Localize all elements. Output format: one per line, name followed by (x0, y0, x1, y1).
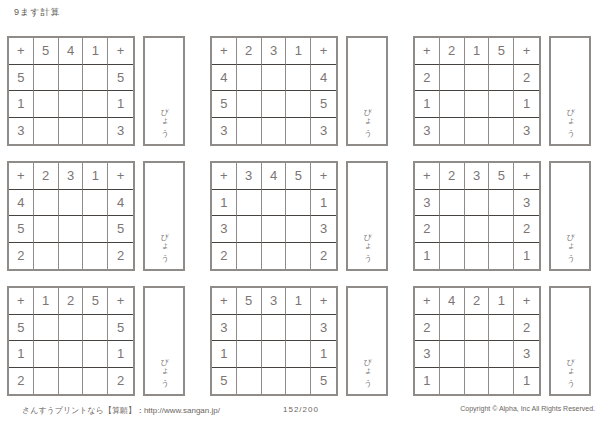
answer-cell[interactable] (59, 118, 84, 145)
col-header-cell: 3 (262, 38, 287, 65)
answer-cell[interactable] (237, 65, 262, 92)
operator-cell: + (9, 38, 34, 65)
addition-grid: +541+551133 (7, 36, 135, 146)
answer-cell[interactable] (83, 190, 108, 217)
answer-cell[interactable] (83, 91, 108, 118)
operator-cell: + (108, 38, 133, 65)
operator-cell: + (9, 288, 34, 315)
row-header-repeat-cell: 1 (311, 341, 336, 368)
answer-cell[interactable] (237, 341, 262, 368)
row-header-cell: 1 (212, 190, 237, 217)
operator-cell: + (311, 288, 336, 315)
row-header-cell: 1 (9, 91, 34, 118)
footer-page-number: 152/200 (283, 405, 319, 414)
timer-box: びょう (143, 286, 185, 396)
col-header-cell: 5 (286, 163, 311, 190)
answer-cell[interactable] (262, 91, 287, 118)
row-header-cell: 1 (415, 91, 440, 118)
timer-box: びょう (143, 161, 185, 271)
row-header-repeat-cell: 3 (108, 118, 133, 145)
col-header-cell: 1 (83, 38, 108, 65)
answer-cell[interactable] (59, 315, 84, 342)
timer-box: びょう (549, 161, 591, 271)
answer-cell[interactable] (286, 216, 311, 243)
row-header-cell: 2 (9, 368, 34, 395)
answer-cell[interactable] (286, 118, 311, 145)
answer-cell[interactable] (34, 190, 59, 217)
answer-cell[interactable] (34, 243, 59, 270)
answer-cell[interactable] (262, 118, 287, 145)
answer-cell[interactable] (262, 368, 287, 395)
timer-box: びょう (346, 36, 388, 146)
col-header-cell: 2 (237, 38, 262, 65)
answer-cell[interactable] (237, 315, 262, 342)
row-header-repeat-cell: 3 (514, 118, 539, 145)
row-header-repeat-cell: 2 (108, 243, 133, 270)
timer-seconds-label: びょう (566, 353, 574, 383)
answer-cell[interactable] (34, 118, 59, 145)
row-header-cell: 4 (9, 190, 34, 217)
answer-cell[interactable] (83, 243, 108, 270)
answer-cell[interactable] (489, 243, 514, 270)
addition-grid: +231+445522 (7, 161, 135, 271)
addition-grid: +215+221133 (413, 36, 541, 146)
answer-cell[interactable] (489, 91, 514, 118)
row-header-cell: 2 (415, 315, 440, 342)
worksheet-grid: +541+551133びょう+231+445533びょう+215+221133び… (7, 36, 591, 396)
col-header-cell: 2 (440, 163, 465, 190)
answer-cell[interactable] (286, 315, 311, 342)
row-header-cell: 2 (212, 243, 237, 270)
answer-cell[interactable] (465, 118, 490, 145)
row-header-cell: 1 (9, 341, 34, 368)
answer-cell[interactable] (465, 91, 490, 118)
puzzle-block: +345+113322びょう (210, 161, 388, 271)
answer-cell[interactable] (440, 190, 465, 217)
footer-site-credit: さんすうプリントなら【算願】：http://www.sangan.jp/ (22, 405, 220, 416)
operator-cell: + (212, 38, 237, 65)
row-header-cell: 3 (415, 190, 440, 217)
row-header-repeat-cell: 2 (514, 315, 539, 342)
answer-cell[interactable] (286, 368, 311, 395)
row-header-cell: 5 (212, 368, 237, 395)
puzzle-block: +125+551122びょう (7, 286, 185, 396)
timer-seconds-label: びょう (363, 228, 371, 258)
answer-cell[interactable] (59, 368, 84, 395)
answer-cell[interactable] (440, 341, 465, 368)
answer-cell[interactable] (489, 368, 514, 395)
row-header-cell: 5 (212, 91, 237, 118)
col-header-cell: 1 (489, 288, 514, 315)
row-header-cell: 5 (9, 315, 34, 342)
col-header-cell: 3 (59, 163, 84, 190)
row-header-cell: 3 (212, 118, 237, 145)
col-header-cell: 3 (262, 288, 287, 315)
puzzle-block: +235+332211びょう (413, 161, 591, 271)
puzzle-block: +231+445522びょう (7, 161, 185, 271)
answer-cell[interactable] (262, 190, 287, 217)
operator-cell: + (514, 288, 539, 315)
answer-cell[interactable] (59, 341, 84, 368)
operator-cell: + (9, 163, 34, 190)
answer-cell[interactable] (440, 315, 465, 342)
operator-cell: + (311, 38, 336, 65)
row-header-cell: 4 (212, 65, 237, 92)
col-header-cell: 5 (489, 38, 514, 65)
answer-cell[interactable] (262, 216, 287, 243)
col-header-cell: 2 (34, 163, 59, 190)
answer-cell[interactable] (237, 216, 262, 243)
answer-cell[interactable] (440, 65, 465, 92)
puzzle-block: +231+445533びょう (210, 36, 388, 146)
footer-copyright: Copyright © Alpha, Inc All Rights Reserv… (460, 405, 595, 412)
row-header-repeat-cell: 1 (108, 341, 133, 368)
row-header-repeat-cell: 1 (311, 190, 336, 217)
timer-box: びょう (549, 286, 591, 396)
col-header-cell: 2 (465, 288, 490, 315)
answer-cell[interactable] (34, 315, 59, 342)
col-header-cell: 5 (489, 163, 514, 190)
col-header-cell: 1 (34, 288, 59, 315)
answer-cell[interactable] (83, 65, 108, 92)
operator-cell: + (311, 163, 336, 190)
answer-cell[interactable] (489, 65, 514, 92)
row-header-repeat-cell: 2 (108, 368, 133, 395)
row-header-repeat-cell: 2 (311, 243, 336, 270)
answer-cell[interactable] (237, 243, 262, 270)
timer-seconds-label: びょう (566, 228, 574, 258)
timer-box: びょう (143, 36, 185, 146)
col-header-cell: 2 (59, 288, 84, 315)
answer-cell[interactable] (465, 216, 490, 243)
answer-cell[interactable] (59, 243, 84, 270)
puzzle-block: +421+223311びょう (413, 286, 591, 396)
col-header-cell: 3 (465, 163, 490, 190)
answer-cell[interactable] (465, 341, 490, 368)
row-header-repeat-cell: 1 (514, 91, 539, 118)
timer-seconds-label: びょう (566, 103, 574, 133)
row-header-repeat-cell: 2 (514, 216, 539, 243)
puzzle-block: +215+221133びょう (413, 36, 591, 146)
addition-grid: +421+223311 (413, 286, 541, 396)
row-header-cell: 2 (415, 65, 440, 92)
answer-cell[interactable] (237, 91, 262, 118)
answer-cell[interactable] (34, 216, 59, 243)
answer-cell[interactable] (237, 190, 262, 217)
row-header-repeat-cell: 4 (108, 190, 133, 217)
col-header-cell: 5 (34, 38, 59, 65)
operator-cell: + (212, 163, 237, 190)
col-header-cell: 5 (237, 288, 262, 315)
operator-cell: + (514, 38, 539, 65)
answer-cell[interactable] (440, 368, 465, 395)
answer-cell[interactable] (489, 315, 514, 342)
answer-cell[interactable] (59, 91, 84, 118)
answer-cell[interactable] (440, 91, 465, 118)
timer-seconds-label: びょう (160, 103, 168, 133)
row-header-cell: 3 (415, 341, 440, 368)
answer-cell[interactable] (286, 65, 311, 92)
answer-cell[interactable] (34, 368, 59, 395)
row-header-cell: 3 (415, 118, 440, 145)
row-header-repeat-cell: 3 (311, 118, 336, 145)
row-header-repeat-cell: 4 (311, 65, 336, 92)
puzzle-block: +541+551133びょう (7, 36, 185, 146)
answer-cell[interactable] (83, 368, 108, 395)
answer-cell[interactable] (465, 190, 490, 217)
answer-cell[interactable] (465, 65, 490, 92)
footer: さんすうプリントなら【算願】：http://www.sangan.jp/ 152… (0, 405, 600, 417)
col-header-cell: 2 (440, 38, 465, 65)
timer-box: びょう (549, 36, 591, 146)
col-header-cell: 1 (83, 163, 108, 190)
answer-cell[interactable] (83, 216, 108, 243)
col-header-cell: 4 (262, 163, 287, 190)
answer-cell[interactable] (237, 368, 262, 395)
page-title: 9ます計算 (14, 6, 60, 19)
row-header-cell: 3 (9, 118, 34, 145)
answer-cell[interactable] (262, 243, 287, 270)
answer-cell[interactable] (286, 190, 311, 217)
row-header-cell: 1 (415, 243, 440, 270)
row-header-repeat-cell: 5 (108, 216, 133, 243)
row-header-repeat-cell: 1 (514, 368, 539, 395)
answer-cell[interactable] (83, 118, 108, 145)
answer-cell[interactable] (440, 118, 465, 145)
addition-grid: +345+113322 (210, 161, 338, 271)
row-header-repeat-cell: 1 (108, 91, 133, 118)
operator-cell: + (108, 288, 133, 315)
answer-cell[interactable] (262, 315, 287, 342)
answer-cell[interactable] (34, 91, 59, 118)
operator-cell: + (108, 163, 133, 190)
answer-cell[interactable] (262, 65, 287, 92)
addition-grid: +235+332211 (413, 161, 541, 271)
row-header-repeat-cell: 5 (311, 368, 336, 395)
puzzle-block: +531+331155びょう (210, 286, 388, 396)
timer-seconds-label: びょう (363, 103, 371, 133)
col-header-cell: 3 (237, 163, 262, 190)
col-header-cell: 4 (440, 288, 465, 315)
col-header-cell: 1 (286, 38, 311, 65)
row-header-repeat-cell: 3 (311, 315, 336, 342)
row-header-cell: 5 (9, 65, 34, 92)
timer-box: びょう (346, 286, 388, 396)
addition-grid: +125+551122 (7, 286, 135, 396)
row-header-cell: 2 (415, 216, 440, 243)
operator-cell: + (415, 163, 440, 190)
answer-cell[interactable] (465, 243, 490, 270)
answer-cell[interactable] (286, 243, 311, 270)
operator-cell: + (415, 288, 440, 315)
answer-cell[interactable] (286, 341, 311, 368)
answer-cell[interactable] (489, 341, 514, 368)
answer-cell[interactable] (465, 315, 490, 342)
addition-grid: +231+445533 (210, 36, 338, 146)
answer-cell[interactable] (489, 190, 514, 217)
answer-cell[interactable] (83, 341, 108, 368)
row-header-cell: 3 (212, 315, 237, 342)
answer-cell[interactable] (59, 216, 84, 243)
answer-cell[interactable] (59, 65, 84, 92)
row-header-repeat-cell: 5 (108, 315, 133, 342)
row-header-repeat-cell: 5 (311, 91, 336, 118)
row-header-cell: 5 (9, 216, 34, 243)
row-header-cell: 1 (212, 341, 237, 368)
answer-cell[interactable] (237, 118, 262, 145)
row-header-repeat-cell: 3 (514, 341, 539, 368)
col-header-cell: 1 (286, 288, 311, 315)
row-header-repeat-cell: 5 (108, 65, 133, 92)
timer-seconds-label: びょう (160, 353, 168, 383)
answer-cell[interactable] (34, 65, 59, 92)
answer-cell[interactable] (440, 243, 465, 270)
row-header-repeat-cell: 2 (514, 65, 539, 92)
answer-cell[interactable] (440, 216, 465, 243)
row-header-repeat-cell: 3 (514, 190, 539, 217)
row-header-repeat-cell: 3 (311, 216, 336, 243)
answer-cell[interactable] (83, 315, 108, 342)
row-header-cell: 2 (9, 243, 34, 270)
row-header-cell: 3 (212, 216, 237, 243)
addition-grid: +531+331155 (210, 286, 338, 396)
timer-seconds-label: びょう (160, 228, 168, 258)
timer-seconds-label: びょう (363, 353, 371, 383)
row-header-cell: 1 (415, 368, 440, 395)
col-header-cell: 1 (465, 38, 490, 65)
col-header-cell: 5 (83, 288, 108, 315)
row-header-repeat-cell: 1 (514, 243, 539, 270)
answer-cell[interactable] (262, 341, 287, 368)
answer-cell[interactable] (489, 216, 514, 243)
timer-box: びょう (346, 161, 388, 271)
answer-cell[interactable] (34, 341, 59, 368)
answer-cell[interactable] (489, 118, 514, 145)
operator-cell: + (514, 163, 539, 190)
operator-cell: + (212, 288, 237, 315)
answer-cell[interactable] (286, 91, 311, 118)
answer-cell[interactable] (465, 368, 490, 395)
operator-cell: + (415, 38, 440, 65)
answer-cell[interactable] (59, 190, 84, 217)
col-header-cell: 4 (59, 38, 84, 65)
